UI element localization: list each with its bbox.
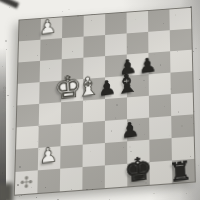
dust-speck [109, 199, 110, 200]
dust-speck [195, 48, 197, 50]
square-g3 [60, 145, 83, 169]
chessboard-photo: Vinciano ♟♟♟♚♝♟♝♟♟✣♚♜ [0, 0, 200, 200]
square-b5 [105, 33, 127, 56]
square-f8 [171, 114, 194, 138]
square-a3 [62, 16, 84, 38]
dust-speck [186, 193, 187, 194]
dust-speck [12, 128, 14, 130]
square-h3 [60, 167, 83, 191]
square-e7 [149, 94, 171, 117]
square-b7 [148, 30, 170, 53]
chess-board: ♟♟♟♚♝♟♝♟♟✣♚♜ [14, 7, 196, 196]
square-a2: ♟ [40, 17, 62, 39]
square-b6 [127, 32, 149, 55]
square-f6: ♟ [127, 118, 149, 142]
dust-speck [199, 79, 200, 80]
square-b8 [170, 29, 192, 52]
square-b1 [18, 40, 40, 63]
square-b2 [40, 38, 62, 61]
black-pawn-f6: ♟ [120, 119, 140, 142]
dust-speck [9, 7, 10, 8]
dust-speck [5, 40, 7, 42]
square-g2: ♟ [38, 146, 61, 170]
square-f3 [60, 122, 82, 146]
square-c7: ♟ [148, 51, 170, 74]
square-d8 [170, 71, 192, 94]
square-h1: ✣ [15, 170, 38, 194]
square-c1 [18, 61, 40, 84]
square-a5 [105, 13, 127, 35]
square-e5 [105, 97, 127, 120]
black-king-h6: ♚ [123, 152, 154, 188]
square-f4 [83, 121, 105, 145]
dust-speck [57, 199, 58, 200]
white-bishop-d4: ♝ [76, 72, 101, 101]
black-pawn-d5: ♟ [97, 77, 116, 99]
square-g4 [83, 143, 105, 167]
square-a4 [84, 14, 106, 36]
square-f1 [16, 126, 39, 150]
black-pawn-c7: ♟ [138, 55, 157, 77]
dust-speck [13, 106, 14, 107]
square-a6 [127, 11, 149, 33]
dust-speck [153, 193, 155, 195]
square-h2 [37, 169, 60, 193]
dust-speck [19, 196, 20, 197]
square-e8 [171, 93, 193, 116]
square-e4 [83, 99, 105, 122]
square-h8: ♜ [172, 159, 195, 183]
dust-speck [36, 197, 37, 198]
square-e1 [17, 104, 40, 128]
square-f7 [149, 116, 171, 140]
square-g1 [15, 148, 38, 172]
black-bishop-d6: ♝ [114, 69, 139, 98]
dust-speck [6, 49, 7, 50]
square-c8 [170, 50, 192, 73]
square-a7 [148, 9, 170, 31]
photo-margin-text: Vinciano [1, 58, 7, 112]
square-d1 [17, 82, 39, 105]
board-perspective-wrap: ♟♟♟♚♝♟♝♟♟✣♚♜ [16, 10, 194, 188]
black-rook-h8: ♜ [168, 157, 193, 186]
top-left-smudge [0, 0, 19, 9]
square-h6: ♚ [127, 162, 150, 186]
square-a8 [169, 8, 191, 30]
white-pawn-a2: ♟ [38, 16, 56, 37]
square-d6: ♝ [127, 74, 149, 97]
dust-speck [7, 95, 8, 96]
white-pawn-g2: ♟ [39, 144, 58, 167]
corner-ornament: ✣ [20, 174, 33, 190]
square-b4 [83, 35, 105, 58]
bottom-left-shadow [0, 183, 13, 200]
dust-speck [198, 165, 199, 166]
square-b3 [62, 37, 84, 60]
square-h4 [82, 165, 105, 189]
